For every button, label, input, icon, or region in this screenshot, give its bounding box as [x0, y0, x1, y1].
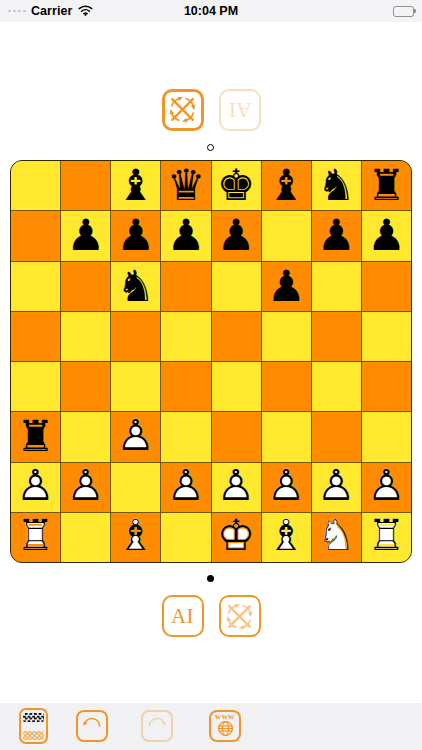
square-b1[interactable]	[61, 513, 110, 562]
rotate-board-button-black[interactable]	[162, 89, 204, 131]
piece-white-pawn[interactable]: ♟♙	[212, 463, 261, 512]
piece-black-pawn[interactable]: ♟	[161, 211, 210, 260]
square-g3[interactable]	[312, 412, 361, 461]
globe-icon	[217, 720, 234, 741]
piece-black-pawn[interactable]: ♟	[212, 211, 261, 260]
piece-white-pawn[interactable]: ♟♙	[111, 412, 160, 461]
undo-button[interactable]	[76, 710, 108, 742]
app-frame: Carrier 10:04 PM	[0, 0, 422, 750]
square-f3[interactable]	[262, 412, 311, 461]
square-b8[interactable]	[61, 161, 110, 210]
square-c7[interactable]: ♟	[111, 211, 160, 260]
piece-white-knight[interactable]: ♞♘	[312, 513, 361, 562]
ai-button-black[interactable]: AI	[219, 89, 261, 131]
square-g5[interactable]	[312, 312, 361, 361]
www-label: www	[215, 712, 235, 721]
square-e8[interactable]: ♚	[212, 161, 261, 210]
rotate-board-button-white[interactable]	[219, 595, 261, 637]
piece-white-rook[interactable]: ♜♖	[11, 513, 60, 562]
piece-black-rook[interactable]: ♜	[362, 161, 411, 210]
piece-white-bishop[interactable]: ♝♗	[262, 513, 311, 562]
square-g8[interactable]: ♞	[312, 161, 361, 210]
square-f4[interactable]	[262, 362, 311, 411]
square-h3[interactable]	[362, 412, 411, 461]
square-g4[interactable]	[312, 362, 361, 411]
white-pieces-band-icon	[23, 731, 44, 740]
square-f5[interactable]	[262, 312, 311, 361]
square-h8[interactable]: ♜	[362, 161, 411, 210]
white-turn-dot	[207, 575, 214, 582]
square-c3[interactable]: ♟♙	[111, 412, 160, 461]
square-a1[interactable]: ♜♖	[11, 513, 60, 562]
square-a2[interactable]: ♟♙	[11, 463, 60, 512]
ai-button-label: AI	[171, 606, 194, 627]
piece-white-pawn[interactable]: ♟♙	[161, 463, 210, 512]
square-d2[interactable]: ♟♙	[161, 463, 210, 512]
square-h5[interactable]	[362, 312, 411, 361]
square-h4[interactable]	[362, 362, 411, 411]
square-f7[interactable]	[262, 211, 311, 260]
piece-white-pawn[interactable]: ♟♙	[11, 463, 60, 512]
square-f1[interactable]: ♝♗	[262, 513, 311, 562]
square-e7[interactable]: ♟	[212, 211, 261, 260]
square-d3[interactable]	[161, 412, 210, 461]
square-g6[interactable]	[312, 262, 361, 311]
piece-white-pawn[interactable]: ♟♙	[262, 463, 311, 512]
square-f8[interactable]: ♝	[262, 161, 311, 210]
square-h6[interactable]	[362, 262, 411, 311]
piece-white-pawn[interactable]: ♟♙	[362, 463, 411, 512]
square-a5[interactable]	[11, 312, 60, 361]
square-c6[interactable]: ♞	[111, 262, 160, 311]
square-c1[interactable]: ♝♗	[111, 513, 160, 562]
square-d8[interactable]: ♛	[161, 161, 210, 210]
square-f2[interactable]: ♟♙	[262, 463, 311, 512]
piece-white-rook[interactable]: ♜♖	[362, 513, 411, 562]
black-pieces-band-icon	[23, 713, 44, 722]
ai-button-white[interactable]: AI	[162, 595, 204, 637]
square-g2[interactable]: ♟♙	[312, 463, 361, 512]
piece-black-pawn[interactable]: ♟	[262, 262, 311, 311]
square-c2[interactable]	[111, 463, 160, 512]
redo-button[interactable]	[141, 710, 173, 742]
square-d6[interactable]	[161, 262, 210, 311]
redo-icon	[145, 712, 169, 740]
square-e5[interactable]	[212, 312, 261, 361]
square-d5[interactable]	[161, 312, 210, 361]
new-game-button[interactable]	[19, 708, 48, 744]
piece-black-rook[interactable]: ♜	[11, 412, 60, 461]
piece-black-knight[interactable]: ♞	[312, 161, 361, 210]
square-g7[interactable]: ♟	[312, 211, 361, 260]
piece-black-queen[interactable]: ♛	[161, 161, 210, 210]
square-c5[interactable]	[111, 312, 160, 361]
black-turn-dot	[207, 144, 214, 151]
piece-black-pawn[interactable]: ♟	[312, 211, 361, 260]
square-c8[interactable]: ♝	[111, 161, 160, 210]
undo-icon	[80, 712, 104, 740]
square-b5[interactable]	[61, 312, 110, 361]
piece-black-bishop[interactable]: ♝	[262, 161, 311, 210]
square-e3[interactable]	[212, 412, 261, 461]
square-b4[interactable]	[61, 362, 110, 411]
piece-white-pawn[interactable]: ♟♙	[312, 463, 361, 512]
piece-black-bishop[interactable]: ♝	[111, 161, 160, 210]
piece-black-knight[interactable]: ♞	[111, 262, 160, 311]
clock-time: 10:04 PM	[0, 4, 422, 18]
battery-icon	[393, 6, 416, 17]
square-c4[interactable]	[111, 362, 160, 411]
square-b2[interactable]: ♟♙	[61, 463, 110, 512]
square-d7[interactable]: ♟	[161, 211, 210, 260]
piece-black-pawn[interactable]: ♟	[362, 211, 411, 260]
square-h7[interactable]: ♟	[362, 211, 411, 260]
square-e2[interactable]: ♟♙	[212, 463, 261, 512]
square-g1[interactable]: ♞♘	[312, 513, 361, 562]
piece-white-pawn[interactable]: ♟♙	[61, 463, 110, 512]
piece-white-bishop[interactable]: ♝♗	[111, 513, 160, 562]
square-b7[interactable]: ♟	[61, 211, 110, 260]
square-e1[interactable]: ♚♔	[212, 513, 261, 562]
piece-white-king[interactable]: ♚♔	[212, 513, 261, 562]
square-h1[interactable]: ♜♖	[362, 513, 411, 562]
status-bar: Carrier 10:04 PM	[0, 0, 422, 22]
bottom-toolbar: www	[0, 703, 422, 750]
black-controls: AI	[0, 89, 422, 131]
square-f6[interactable]: ♟	[262, 262, 311, 311]
chess-board: ♝♛♚♝♞♜♟♟♟♟♟♟♞♟♜♟♙♟♙♟♙♟♙♟♙♟♙♟♙♟♙♜♖♝♗♚♔♝♗♞…	[10, 160, 412, 563]
www-button[interactable]: www	[209, 710, 241, 742]
piece-black-pawn[interactable]: ♟	[111, 211, 160, 260]
square-b6[interactable]	[61, 262, 110, 311]
square-a4[interactable]	[11, 362, 60, 411]
piece-black-pawn[interactable]: ♟	[61, 211, 110, 260]
square-e4[interactable]	[212, 362, 261, 411]
square-d4[interactable]	[161, 362, 210, 411]
square-d1[interactable]	[161, 513, 210, 562]
square-a7[interactable]	[11, 211, 60, 260]
square-e6[interactable]	[212, 262, 261, 311]
square-b3[interactable]	[61, 412, 110, 461]
square-h2[interactable]: ♟♙	[362, 463, 411, 512]
square-a8[interactable]	[11, 161, 60, 210]
ai-button-label: AI	[228, 100, 251, 121]
square-a3[interactable]: ♜	[11, 412, 60, 461]
white-controls: AI	[0, 595, 422, 637]
piece-black-king[interactable]: ♚	[212, 161, 261, 210]
square-a6[interactable]	[11, 262, 60, 311]
